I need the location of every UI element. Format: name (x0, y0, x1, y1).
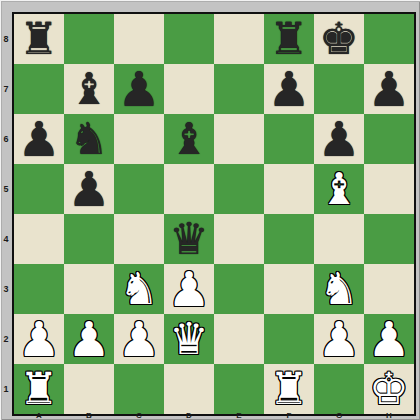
square-d2[interactable]: ♛ (164, 314, 214, 364)
square-c8[interactable] (114, 14, 164, 64)
square-b4[interactable] (64, 214, 114, 264)
black-rook-icon[interactable]: ♜ (19, 14, 58, 64)
square-h1[interactable]: ♚ (364, 364, 414, 414)
black-pawn-icon[interactable]: ♟ (17, 114, 60, 164)
black-bishop-icon[interactable]: ♝ (169, 114, 208, 164)
square-b5[interactable]: ♟ (64, 164, 114, 214)
black-queen-icon[interactable]: ♛ (169, 214, 208, 264)
square-c1[interactable] (114, 364, 164, 414)
square-h3[interactable] (364, 264, 414, 314)
white-pawn-icon[interactable]: ♟ (317, 314, 360, 364)
square-b7[interactable]: ♝ (64, 64, 114, 114)
square-e7[interactable] (214, 64, 264, 114)
square-h2[interactable]: ♟ (364, 314, 414, 364)
square-f1[interactable]: ♜ (264, 364, 314, 414)
square-d7[interactable] (164, 64, 214, 114)
black-rook-icon[interactable]: ♜ (269, 14, 308, 64)
square-g2[interactable]: ♟ (314, 314, 364, 364)
rank-label-7: 7 (0, 64, 12, 114)
chess-board: ♜♜♚♝♟♟♟♟♞♝♟♟♝♛♞♟♞♟♟♟♛♟♟♜♜♚ (12, 12, 416, 416)
white-pawn-icon[interactable]: ♟ (117, 314, 160, 364)
white-pawn-icon[interactable]: ♟ (167, 264, 210, 314)
file-label-h: H (364, 412, 414, 420)
rank-label-3: 3 (0, 264, 12, 314)
square-e8[interactable] (214, 14, 264, 64)
square-g1[interactable] (314, 364, 364, 414)
file-label-b: B (64, 412, 114, 420)
white-king-icon[interactable]: ♚ (369, 364, 408, 414)
square-h8[interactable] (364, 14, 414, 64)
square-h5[interactable] (364, 164, 414, 214)
black-pawn-icon[interactable]: ♟ (267, 64, 310, 114)
black-pawn-icon[interactable]: ♟ (317, 114, 360, 164)
square-e1[interactable] (214, 364, 264, 414)
rank-label-5: 5 (0, 164, 12, 214)
square-b1[interactable] (64, 364, 114, 414)
square-f7[interactable]: ♟ (264, 64, 314, 114)
rank-label-1: 1 (0, 364, 12, 414)
black-bishop-icon[interactable]: ♝ (69, 64, 108, 114)
square-g8[interactable]: ♚ (314, 14, 364, 64)
black-king-icon[interactable]: ♚ (319, 14, 358, 64)
square-c5[interactable] (114, 164, 164, 214)
white-bishop-icon[interactable]: ♝ (319, 164, 358, 214)
black-pawn-icon[interactable]: ♟ (117, 64, 160, 114)
square-c4[interactable] (114, 214, 164, 264)
white-pawn-icon[interactable]: ♟ (367, 314, 410, 364)
square-d4[interactable]: ♛ (164, 214, 214, 264)
square-f3[interactable] (264, 264, 314, 314)
square-e2[interactable] (214, 314, 264, 364)
square-b3[interactable] (64, 264, 114, 314)
black-knight-icon[interactable]: ♞ (69, 114, 108, 164)
square-c2[interactable]: ♟ (114, 314, 164, 364)
square-e6[interactable] (214, 114, 264, 164)
square-a7[interactable] (14, 64, 64, 114)
square-f5[interactable] (264, 164, 314, 214)
square-d6[interactable]: ♝ (164, 114, 214, 164)
black-pawn-icon[interactable]: ♟ (67, 164, 110, 214)
square-d1[interactable] (164, 364, 214, 414)
chess-board-frame: 87654321 ♜♜♚♝♟♟♟♟♞♝♟♟♝♛♞♟♞♟♟♟♛♟♟♜♜♚ ABCD… (0, 0, 420, 420)
white-knight-icon[interactable]: ♞ (119, 264, 158, 314)
file-label-f: F (264, 412, 314, 420)
file-label-a: A (14, 412, 64, 420)
square-g3[interactable]: ♞ (314, 264, 364, 314)
rank-label-8: 8 (0, 14, 12, 64)
white-knight-icon[interactable]: ♞ (319, 264, 358, 314)
rank-label-6: 6 (0, 114, 12, 164)
white-pawn-icon[interactable]: ♟ (67, 314, 110, 364)
square-f6[interactable] (264, 114, 314, 164)
square-d3[interactable]: ♟ (164, 264, 214, 314)
file-label-d: D (164, 412, 214, 420)
square-c7[interactable]: ♟ (114, 64, 164, 114)
square-f8[interactable]: ♜ (264, 14, 314, 64)
white-rook-icon[interactable]: ♜ (19, 364, 58, 414)
square-g4[interactable] (314, 214, 364, 264)
file-labels: ABCDEFGH (14, 412, 414, 420)
square-a6[interactable]: ♟ (14, 114, 64, 164)
square-f2[interactable] (264, 314, 314, 364)
rank-label-2: 2 (0, 314, 12, 364)
square-h4[interactable] (364, 214, 414, 264)
file-label-e: E (214, 412, 264, 420)
square-b8[interactable] (64, 14, 114, 64)
square-h6[interactable] (364, 114, 414, 164)
rank-label-4: 4 (0, 214, 12, 264)
black-pawn-icon[interactable]: ♟ (367, 64, 410, 114)
white-pawn-icon[interactable]: ♟ (17, 314, 60, 364)
square-e5[interactable] (214, 164, 264, 214)
square-e3[interactable] (214, 264, 264, 314)
square-a1[interactable]: ♜ (14, 364, 64, 414)
square-b2[interactable]: ♟ (64, 314, 114, 364)
white-queen-icon[interactable]: ♛ (169, 314, 208, 364)
square-a2[interactable]: ♟ (14, 314, 64, 364)
square-a4[interactable] (14, 214, 64, 264)
square-a3[interactable] (14, 264, 64, 314)
square-a8[interactable]: ♜ (14, 14, 64, 64)
file-label-c: C (114, 412, 164, 420)
square-h7[interactable]: ♟ (364, 64, 414, 114)
square-e4[interactable] (214, 214, 264, 264)
square-d5[interactable] (164, 164, 214, 214)
square-d8[interactable] (164, 14, 214, 64)
square-a5[interactable] (14, 164, 64, 214)
square-g5[interactable]: ♝ (314, 164, 364, 214)
square-c3[interactable]: ♞ (114, 264, 164, 314)
square-f4[interactable] (264, 214, 314, 264)
white-rook-icon[interactable]: ♜ (269, 364, 308, 414)
square-b6[interactable]: ♞ (64, 114, 114, 164)
file-label-g: G (314, 412, 364, 420)
square-g6[interactable]: ♟ (314, 114, 364, 164)
rank-labels: 87654321 (0, 14, 12, 414)
square-g7[interactable] (314, 64, 364, 114)
square-c6[interactable] (114, 114, 164, 164)
